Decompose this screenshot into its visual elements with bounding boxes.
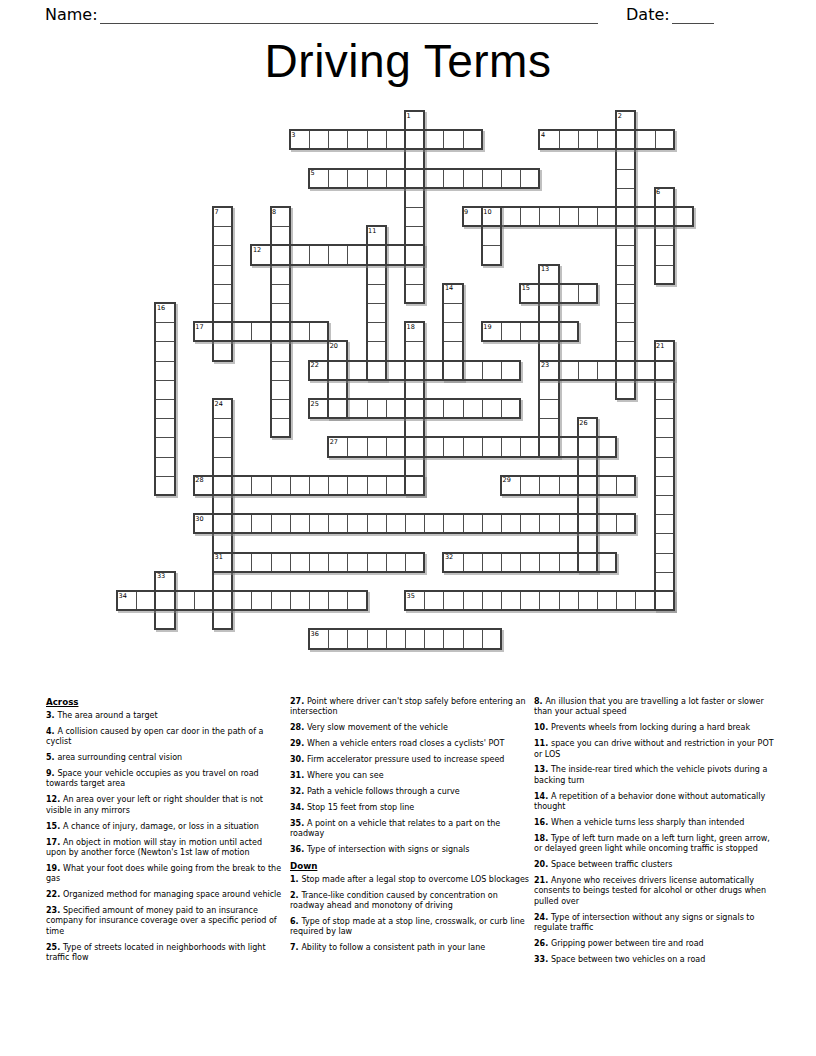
grid-cell-r1c14[interactable]	[386, 130, 405, 149]
grid-cell-r24c2[interactable]	[155, 572, 174, 591]
grid-cell-r23c8[interactable]	[271, 553, 290, 572]
grid-cell-r21c4[interactable]	[194, 514, 213, 533]
grid-cell-r8c22[interactable]	[539, 265, 558, 284]
grid-cell-r17c14[interactable]	[386, 437, 405, 456]
grid-cell-r16c24[interactable]	[578, 418, 597, 437]
grid-cell-r15c17[interactable]	[443, 399, 462, 418]
grid-cell-r19c11[interactable]	[328, 476, 347, 495]
grid-cell-r12c28[interactable]	[655, 341, 674, 360]
grid-cell-r19c5[interactable]	[213, 476, 232, 495]
grid-cell-r25c9[interactable]	[290, 591, 309, 610]
grid-cell-r17c2[interactable]	[155, 437, 174, 456]
grid-cell-r9c26[interactable]	[616, 284, 635, 303]
grid-cell-r15c28[interactable]	[655, 399, 674, 418]
grid-cell-r22c5[interactable]	[213, 533, 232, 552]
grid-cell-r27c18[interactable]	[463, 629, 482, 648]
grid-cell-r18c5[interactable]	[213, 457, 232, 476]
grid-cell-r10c2[interactable]	[155, 303, 174, 322]
grid-cell-r12c2[interactable]	[155, 341, 174, 360]
grid-cell-r18c24[interactable]	[578, 457, 597, 476]
grid-cell-r5c24[interactable]	[578, 207, 597, 226]
grid-cell-r10c5[interactable]	[213, 303, 232, 322]
grid-cell-r21c10[interactable]	[309, 514, 328, 533]
grid-cell-r15c2[interactable]	[155, 399, 174, 418]
grid-cell-r7c11[interactable]	[328, 245, 347, 264]
grid-cell-r21c14[interactable]	[386, 514, 405, 533]
grid-cell-r13c26[interactable]	[616, 361, 635, 380]
grid-cell-r1c11[interactable]	[328, 130, 347, 149]
grid-cell-r7c15[interactable]	[405, 245, 424, 264]
grid-cell-r13c13[interactable]	[367, 361, 386, 380]
grid-cell-r3c15[interactable]	[405, 169, 424, 188]
grid-cell-r13c16[interactable]	[424, 361, 443, 380]
grid-cell-r3c17[interactable]	[443, 169, 462, 188]
grid-cell-r11c19[interactable]	[482, 322, 501, 341]
grid-cell-r25c23[interactable]	[559, 591, 578, 610]
grid-cell-r1c26[interactable]	[616, 130, 635, 149]
grid-cell-r21c24[interactable]	[578, 514, 597, 533]
grid-cell-r14c8[interactable]	[271, 380, 290, 399]
grid-cell-r15c12[interactable]	[347, 399, 366, 418]
grid-cell-r25c28[interactable]	[655, 591, 674, 610]
grid-cell-r23c21[interactable]	[520, 553, 539, 572]
grid-cell-r3c26[interactable]	[616, 169, 635, 188]
grid-cell-r24c28[interactable]	[655, 572, 674, 591]
grid-cell-r23c22[interactable]	[539, 553, 558, 572]
grid-cell-r9c17[interactable]	[443, 284, 462, 303]
grid-cell-r13c12[interactable]	[347, 361, 366, 380]
grid-cell-r2c15[interactable]	[405, 149, 424, 168]
grid-cell-r11c17[interactable]	[443, 322, 462, 341]
grid-cell-r12c26[interactable]	[616, 341, 635, 360]
grid-cell-r13c25[interactable]	[597, 361, 616, 380]
grid-cell-r15c8[interactable]	[271, 399, 290, 418]
grid-cell-r9c23[interactable]	[559, 284, 578, 303]
grid-cell-r19c10[interactable]	[309, 476, 328, 495]
grid-cell-r14c22[interactable]	[539, 380, 558, 399]
grid-cell-r19c4[interactable]	[194, 476, 213, 495]
grid-cell-r20c28[interactable]	[655, 495, 674, 514]
grid-cell-r19c28[interactable]	[655, 476, 674, 495]
grid-cell-r19c15[interactable]	[405, 476, 424, 495]
grid-cell-r8c5[interactable]	[213, 265, 232, 284]
grid-cell-r11c4[interactable]	[194, 322, 213, 341]
grid-cell-r19c21[interactable]	[520, 476, 539, 495]
grid-cell-r23c17[interactable]	[443, 553, 462, 572]
grid-cell-r18c2[interactable]	[155, 457, 174, 476]
grid-cell-r15c15[interactable]	[405, 399, 424, 418]
grid-cell-r3c11[interactable]	[328, 169, 347, 188]
grid-cell-r11c26[interactable]	[616, 322, 635, 341]
grid-cell-r25c4[interactable]	[194, 591, 213, 610]
grid-cell-r19c26[interactable]	[616, 476, 635, 495]
grid-cell-r16c15[interactable]	[405, 418, 424, 437]
grid-cell-r17c18[interactable]	[463, 437, 482, 456]
grid-cell-r3c12[interactable]	[347, 169, 366, 188]
grid-cell-r18c15[interactable]	[405, 457, 424, 476]
grid-cell-r13c18[interactable]	[463, 361, 482, 380]
grid-cell-r22c28[interactable]	[655, 533, 674, 552]
grid-cell-r25c18[interactable]	[463, 591, 482, 610]
grid-cell-r27c10[interactable]	[309, 629, 328, 648]
grid-cell-r12c15[interactable]	[405, 341, 424, 360]
grid-cell-r21c12[interactable]	[347, 514, 366, 533]
grid-cell-r7c12[interactable]	[347, 245, 366, 264]
grid-cell-r21c9[interactable]	[290, 514, 309, 533]
grid-cell-r19c8[interactable]	[271, 476, 290, 495]
grid-cell-r25c16[interactable]	[424, 591, 443, 610]
grid-cell-r5c22[interactable]	[539, 207, 558, 226]
grid-cell-r19c12[interactable]	[347, 476, 366, 495]
grid-cell-r6c19[interactable]	[482, 226, 501, 245]
grid-cell-r11c23[interactable]	[559, 322, 578, 341]
grid-cell-r5c25[interactable]	[597, 207, 616, 226]
grid-cell-r3c18[interactable]	[463, 169, 482, 188]
grid-cell-r25c21[interactable]	[520, 591, 539, 610]
grid-cell-r5c15[interactable]	[405, 207, 424, 226]
grid-cell-r5c28[interactable]	[655, 207, 674, 226]
grid-cell-r14c15[interactable]	[405, 380, 424, 399]
grid-cell-r16c22[interactable]	[539, 418, 558, 437]
grid-cell-r17c5[interactable]	[213, 437, 232, 456]
grid-cell-r21c17[interactable]	[443, 514, 462, 533]
grid-cell-r24c5[interactable]	[213, 572, 232, 591]
grid-cell-r19c9[interactable]	[290, 476, 309, 495]
grid-cell-r11c9[interactable]	[290, 322, 309, 341]
grid-cell-r17c11[interactable]	[328, 437, 347, 456]
grid-cell-r5c23[interactable]	[559, 207, 578, 226]
grid-cell-r5c5[interactable]	[213, 207, 232, 226]
grid-cell-r9c5[interactable]	[213, 284, 232, 303]
grid-cell-r21c18[interactable]	[463, 514, 482, 533]
grid-cell-r19c24[interactable]	[578, 476, 597, 495]
grid-cell-r25c2[interactable]	[155, 591, 174, 610]
grid-cell-r19c20[interactable]	[501, 476, 520, 495]
grid-cell-r16c5[interactable]	[213, 418, 232, 437]
grid-cell-r27c12[interactable]	[347, 629, 366, 648]
grid-cell-r13c11[interactable]	[328, 361, 347, 380]
grid-cell-r5c19[interactable]	[482, 207, 501, 226]
grid-cell-r5c20[interactable]	[501, 207, 520, 226]
grid-cell-r13c19[interactable]	[482, 361, 501, 380]
grid-cell-r20c5[interactable]	[213, 495, 232, 514]
grid-cell-r27c19[interactable]	[482, 629, 501, 648]
grid-cell-r7c19[interactable]	[482, 245, 501, 264]
grid-cell-r6c13[interactable]	[367, 226, 386, 245]
grid-cell-r23c18[interactable]	[463, 553, 482, 572]
grid-cell-r23c25[interactable]	[597, 553, 616, 572]
grid-cell-r13c10[interactable]	[309, 361, 328, 380]
grid-cell-r23c9[interactable]	[290, 553, 309, 572]
grid-cell-r21c8[interactable]	[271, 514, 290, 533]
grid-cell-r15c14[interactable]	[386, 399, 405, 418]
grid-cell-r12c17[interactable]	[443, 341, 462, 360]
grid-cell-r13c23[interactable]	[559, 361, 578, 380]
grid-cell-r3c20[interactable]	[501, 169, 520, 188]
grid-cell-r10c8[interactable]	[271, 303, 290, 322]
grid-cell-r23c7[interactable]	[251, 553, 270, 572]
grid-cell-r25c8[interactable]	[271, 591, 290, 610]
grid-cell-r1c25[interactable]	[597, 130, 616, 149]
grid-cell-r21c19[interactable]	[482, 514, 501, 533]
grid-cell-r23c14[interactable]	[386, 553, 405, 572]
grid-cell-r23c10[interactable]	[309, 553, 328, 572]
grid-cell-r22c24[interactable]	[578, 533, 597, 552]
grid-cell-r21c13[interactable]	[367, 514, 386, 533]
grid-cell-r25c10[interactable]	[309, 591, 328, 610]
grid-cell-r15c5[interactable]	[213, 399, 232, 418]
grid-cell-r7c7[interactable]	[251, 245, 270, 264]
grid-cell-r6c26[interactable]	[616, 226, 635, 245]
grid-cell-r23c12[interactable]	[347, 553, 366, 572]
grid-cell-r26c2[interactable]	[155, 610, 174, 629]
name-input-line[interactable]	[100, 3, 598, 24]
grid-cell-r25c5[interactable]	[213, 591, 232, 610]
grid-cell-r14c28[interactable]	[655, 380, 674, 399]
grid-cell-r21c5[interactable]	[213, 514, 232, 533]
grid-cell-r15c19[interactable]	[482, 399, 501, 418]
grid-cell-r13c24[interactable]	[578, 361, 597, 380]
grid-cell-r12c8[interactable]	[271, 341, 290, 360]
grid-cell-r11c20[interactable]	[501, 322, 520, 341]
grid-cell-r2c26[interactable]	[616, 149, 635, 168]
grid-cell-r25c1[interactable]	[136, 591, 155, 610]
grid-cell-r14c26[interactable]	[616, 380, 635, 399]
grid-cell-r1c24[interactable]	[578, 130, 597, 149]
grid-cell-r25c24[interactable]	[578, 591, 597, 610]
grid-cell-r25c15[interactable]	[405, 591, 424, 610]
grid-cell-r15c20[interactable]	[501, 399, 520, 418]
grid-cell-r18c28[interactable]	[655, 457, 674, 476]
grid-cell-r23c24[interactable]	[578, 553, 597, 572]
grid-cell-r1c22[interactable]	[539, 130, 558, 149]
grid-cell-r5c27[interactable]	[635, 207, 654, 226]
grid-cell-r19c2[interactable]	[155, 476, 174, 495]
grid-cell-r17c23[interactable]	[559, 437, 578, 456]
grid-cell-r3c16[interactable]	[424, 169, 443, 188]
grid-cell-r12c13[interactable]	[367, 341, 386, 360]
grid-cell-r15c22[interactable]	[539, 399, 558, 418]
grid-cell-r13c22[interactable]	[539, 361, 558, 380]
grid-cell-r23c23[interactable]	[559, 553, 578, 572]
grid-cell-r0c15[interactable]	[405, 111, 424, 130]
grid-cell-r17c20[interactable]	[501, 437, 520, 456]
grid-cell-r11c13[interactable]	[367, 322, 386, 341]
grid-cell-r12c11[interactable]	[328, 341, 347, 360]
grid-cell-r17c19[interactable]	[482, 437, 501, 456]
grid-cell-r17c16[interactable]	[424, 437, 443, 456]
grid-cell-r7c28[interactable]	[655, 245, 674, 264]
grid-cell-r21c20[interactable]	[501, 514, 520, 533]
grid-cell-r1c17[interactable]	[443, 130, 462, 149]
grid-cell-r19c13[interactable]	[367, 476, 386, 495]
grid-cell-r6c8[interactable]	[271, 226, 290, 245]
grid-cell-r1c15[interactable]	[405, 130, 424, 149]
grid-cell-r25c17[interactable]	[443, 591, 462, 610]
grid-cell-r21c11[interactable]	[328, 514, 347, 533]
grid-cell-r19c22[interactable]	[539, 476, 558, 495]
grid-cell-r9c24[interactable]	[578, 284, 597, 303]
grid-cell-r21c28[interactable]	[655, 514, 674, 533]
grid-cell-r19c23[interactable]	[559, 476, 578, 495]
grid-cell-r26c5[interactable]	[213, 610, 232, 629]
grid-cell-r11c15[interactable]	[405, 322, 424, 341]
grid-cell-r3c14[interactable]	[386, 169, 405, 188]
date-input-line[interactable]	[672, 3, 714, 24]
grid-cell-r6c15[interactable]	[405, 226, 424, 245]
grid-cell-r0c26[interactable]	[616, 111, 635, 130]
grid-cell-r1c13[interactable]	[367, 130, 386, 149]
grid-cell-r25c22[interactable]	[539, 591, 558, 610]
grid-cell-r21c6[interactable]	[232, 514, 251, 533]
grid-cell-r25c20[interactable]	[501, 591, 520, 610]
grid-cell-r11c6[interactable]	[232, 322, 251, 341]
grid-cell-r19c25[interactable]	[597, 476, 616, 495]
grid-cell-r13c27[interactable]	[635, 361, 654, 380]
grid-cell-r25c12[interactable]	[347, 591, 366, 610]
grid-cell-r25c6[interactable]	[232, 591, 251, 610]
grid-cell-r1c10[interactable]	[309, 130, 328, 149]
grid-cell-r15c13[interactable]	[367, 399, 386, 418]
grid-cell-r17c28[interactable]	[655, 437, 674, 456]
grid-cell-r13c14[interactable]	[386, 361, 405, 380]
grid-cell-r12c5[interactable]	[213, 341, 232, 360]
grid-cell-r23c11[interactable]	[328, 553, 347, 572]
grid-cell-r5c29[interactable]	[674, 207, 693, 226]
grid-cell-r21c26[interactable]	[616, 514, 635, 533]
grid-cell-r21c7[interactable]	[251, 514, 270, 533]
grid-cell-r15c16[interactable]	[424, 399, 443, 418]
grid-cell-r1c28[interactable]	[655, 130, 674, 149]
grid-cell-r23c15[interactable]	[405, 553, 424, 572]
grid-cell-r4c26[interactable]	[616, 188, 635, 207]
grid-cell-r1c9[interactable]	[290, 130, 309, 149]
grid-cell-r11c5[interactable]	[213, 322, 232, 341]
grid-cell-r25c25[interactable]	[597, 591, 616, 610]
grid-cell-r3c10[interactable]	[309, 169, 328, 188]
grid-cell-r7c8[interactable]	[271, 245, 290, 264]
grid-cell-r4c28[interactable]	[655, 188, 674, 207]
grid-cell-r21c21[interactable]	[520, 514, 539, 533]
grid-cell-r16c28[interactable]	[655, 418, 674, 437]
grid-cell-r21c16[interactable]	[424, 514, 443, 533]
grid-cell-r1c12[interactable]	[347, 130, 366, 149]
grid-cell-r19c14[interactable]	[386, 476, 405, 495]
grid-cell-r11c22[interactable]	[539, 322, 558, 341]
grid-cell-r7c5[interactable]	[213, 245, 232, 264]
grid-cell-r17c17[interactable]	[443, 437, 462, 456]
grid-cell-r21c15[interactable]	[405, 514, 424, 533]
grid-cell-r15c10[interactable]	[309, 399, 328, 418]
grid-cell-r5c26[interactable]	[616, 207, 635, 226]
grid-cell-r7c26[interactable]	[616, 245, 635, 264]
grid-cell-r17c12[interactable]	[347, 437, 366, 456]
grid-cell-r10c26[interactable]	[616, 303, 635, 322]
grid-cell-r4c15[interactable]	[405, 188, 424, 207]
grid-cell-r27c11[interactable]	[328, 629, 347, 648]
grid-cell-r1c23[interactable]	[559, 130, 578, 149]
grid-cell-r9c15[interactable]	[405, 284, 424, 303]
grid-cell-r3c21[interactable]	[520, 169, 539, 188]
grid-cell-r15c11[interactable]	[328, 399, 347, 418]
grid-cell-r17c21[interactable]	[520, 437, 539, 456]
grid-cell-r16c2[interactable]	[155, 418, 174, 437]
grid-cell-r21c25[interactable]	[597, 514, 616, 533]
grid-cell-r8c15[interactable]	[405, 265, 424, 284]
grid-cell-r9c22[interactable]	[539, 284, 558, 303]
grid-cell-r19c7[interactable]	[251, 476, 270, 495]
grid-cell-r8c8[interactable]	[271, 265, 290, 284]
grid-cell-r21c23[interactable]	[559, 514, 578, 533]
grid-cell-r27c17[interactable]	[443, 629, 462, 648]
grid-cell-r21c22[interactable]	[539, 514, 558, 533]
grid-cell-r17c15[interactable]	[405, 437, 424, 456]
grid-cell-r23c6[interactable]	[232, 553, 251, 572]
grid-cell-r11c21[interactable]	[520, 322, 539, 341]
grid-cell-r27c14[interactable]	[386, 629, 405, 648]
grid-cell-r5c21[interactable]	[520, 207, 539, 226]
grid-cell-r12c22[interactable]	[539, 341, 558, 360]
grid-cell-r27c15[interactable]	[405, 629, 424, 648]
grid-cell-r13c15[interactable]	[405, 361, 424, 380]
grid-cell-r16c8[interactable]	[271, 418, 290, 437]
grid-cell-r7c14[interactable]	[386, 245, 405, 264]
grid-cell-r17c25[interactable]	[597, 437, 616, 456]
grid-cell-r1c16[interactable]	[424, 130, 443, 149]
grid-cell-r9c21[interactable]	[520, 284, 539, 303]
grid-cell-r10c13[interactable]	[367, 303, 386, 322]
grid-cell-r11c2[interactable]	[155, 322, 174, 341]
grid-cell-r5c8[interactable]	[271, 207, 290, 226]
grid-cell-r17c24[interactable]	[578, 437, 597, 456]
grid-cell-r3c13[interactable]	[367, 169, 386, 188]
grid-cell-r25c3[interactable]	[175, 591, 194, 610]
grid-cell-r13c2[interactable]	[155, 361, 174, 380]
grid-cell-r23c13[interactable]	[367, 553, 386, 572]
grid-cell-r25c27[interactable]	[635, 591, 654, 610]
grid-cell-r3c19[interactable]	[482, 169, 501, 188]
grid-cell-r14c11[interactable]	[328, 380, 347, 399]
grid-cell-r7c9[interactable]	[290, 245, 309, 264]
grid-cell-r13c17[interactable]	[443, 361, 462, 380]
grid-cell-r8c28[interactable]	[655, 265, 674, 284]
grid-cell-r6c5[interactable]	[213, 226, 232, 245]
grid-cell-r25c19[interactable]	[482, 591, 501, 610]
grid-cell-r15c18[interactable]	[463, 399, 482, 418]
grid-cell-r10c17[interactable]	[443, 303, 462, 322]
grid-cell-r27c13[interactable]	[367, 629, 386, 648]
grid-cell-r23c19[interactable]	[482, 553, 501, 572]
grid-cell-r14c2[interactable]	[155, 380, 174, 399]
grid-cell-r20c24[interactable]	[578, 495, 597, 514]
grid-cell-r9c13[interactable]	[367, 284, 386, 303]
grid-cell-r7c13[interactable]	[367, 245, 386, 264]
grid-cell-r25c11[interactable]	[328, 591, 347, 610]
grid-cell-r25c7[interactable]	[251, 591, 270, 610]
grid-cell-r7c10[interactable]	[309, 245, 328, 264]
grid-cell-r6c28[interactable]	[655, 226, 674, 245]
grid-cell-r19c6[interactable]	[232, 476, 251, 495]
grid-cell-r1c18[interactable]	[463, 130, 482, 149]
grid-cell-r23c5[interactable]	[213, 553, 232, 572]
grid-cell-r9c8[interactable]	[271, 284, 290, 303]
grid-cell-r11c8[interactable]	[271, 322, 290, 341]
grid-cell-r13c8[interactable]	[271, 361, 290, 380]
grid-cell-r17c22[interactable]	[539, 437, 558, 456]
grid-cell-r23c28[interactable]	[655, 553, 674, 572]
grid-cell-r10c22[interactable]	[539, 303, 558, 322]
grid-cell-r11c7[interactable]	[251, 322, 270, 341]
